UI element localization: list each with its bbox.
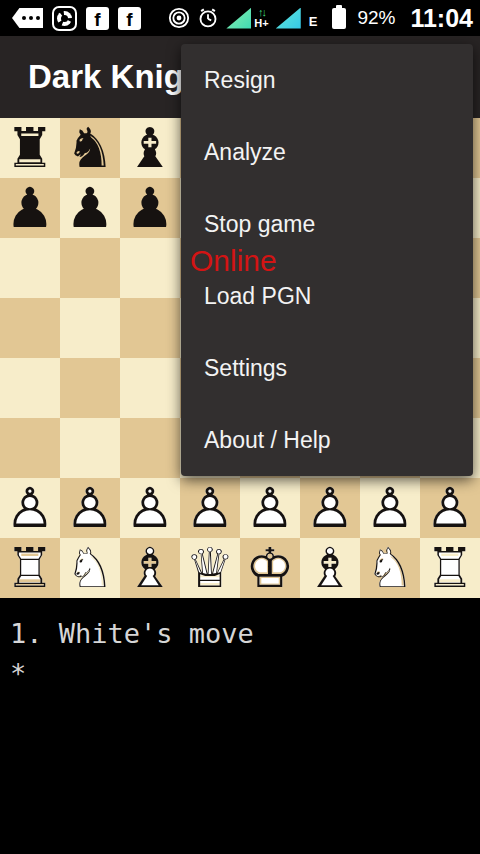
move-log[interactable]: 1. White's move * [0,598,480,854]
menu-item-label: Stop game [204,211,315,238]
phone-screen: f f ↑↓ H+ E 92% [0,0,480,854]
piece-black-bishop: ♝ [120,118,180,178]
status-bar-right: ↑↓ H+ E 92% 11:04 [168,4,473,33]
square-a4[interactable] [0,358,60,418]
signal-triangle-hplus [226,8,251,29]
network-type-label: H+ [254,18,268,29]
menu-item-label: Analyze [204,139,286,166]
piece-white-pawn: ♟♙ [300,478,360,538]
piece-white-knight: ♞♘ [360,538,420,598]
square-c4[interactable] [120,358,180,418]
square-b6[interactable] [60,238,120,298]
square-a6[interactable] [0,238,60,298]
piece-white-pawn: ♟♙ [180,478,240,538]
square-b7[interactable]: ♟ [60,178,120,238]
ellipsis-bubble-icon [12,8,43,28]
menu-item-about-help[interactable]: About / Help [181,404,473,476]
square-c7[interactable]: ♟ [120,178,180,238]
network-type-label-e: E [309,14,318,29]
square-f1[interactable]: ♝♗ [300,538,360,598]
square-a3[interactable] [0,418,60,478]
square-b3[interactable] [60,418,120,478]
square-c5[interactable] [120,298,180,358]
square-h1[interactable]: ♜♖ [420,538,480,598]
square-a5[interactable] [0,298,60,358]
square-b8[interactable]: ♞ [60,118,120,178]
alarm-clock-icon [197,7,219,29]
piece-white-pawn: ♟♙ [60,478,120,538]
piece-white-pawn: ♟♙ [360,478,420,538]
battery-icon [332,8,346,29]
square-d2[interactable]: ♟♙ [180,478,240,538]
square-b1[interactable]: ♞♘ [60,538,120,598]
battery-percent: 92% [357,7,395,29]
square-c2[interactable]: ♟♙ [120,478,180,538]
square-b4[interactable] [60,358,120,418]
network-hplus-labels: ↑↓ H+ [254,7,268,29]
piece-white-queen: ♛♕ [180,538,240,598]
square-a8[interactable]: ♜ [0,118,60,178]
status-bar: f f ↑↓ H+ E 92% [0,0,480,36]
online-status-label: Online [190,244,277,278]
move-log-line: * [10,654,480,694]
clock-time: 11:04 [410,4,473,33]
piece-white-pawn: ♟♙ [420,478,480,538]
move-log-line: 1. White's move [10,614,480,654]
square-a2[interactable]: ♟♙ [0,478,60,538]
menu-item-label: Settings [204,355,287,382]
square-c8[interactable]: ♝ [120,118,180,178]
piece-black-knight: ♞ [60,118,120,178]
apps-free-icon [52,6,77,31]
piece-white-pawn: ♟♙ [240,478,300,538]
piece-black-rook: ♜ [0,118,60,178]
menu-item-analyze[interactable]: Analyze [181,116,473,188]
piece-black-pawn: ♟ [120,178,180,238]
facebook-icon-2: f [118,7,141,30]
menu-item-resign[interactable]: Resign [181,44,473,116]
piece-black-pawn: ♟ [60,178,120,238]
square-c3[interactable] [120,418,180,478]
menu-item-label: Resign [204,67,276,94]
square-g1[interactable]: ♞♘ [360,538,420,598]
square-f2[interactable]: ♟♙ [300,478,360,538]
square-b2[interactable]: ♟♙ [60,478,120,538]
signal-triangle-e [276,8,301,29]
square-c1[interactable]: ♝♗ [120,538,180,598]
piece-white-king: ♚♔ [240,538,300,598]
piece-white-knight: ♞♘ [60,538,120,598]
piece-white-rook: ♜♖ [0,538,60,598]
piece-white-pawn: ♟♙ [0,478,60,538]
square-a1[interactable]: ♜♖ [0,538,60,598]
overflow-menu: Online ResignAnalyzeStop gameLoad PGNSet… [181,44,473,476]
piece-black-pawn: ♟ [0,178,60,238]
square-e2[interactable]: ♟♙ [240,478,300,538]
piece-white-bishop: ♝♗ [300,538,360,598]
menu-item-settings[interactable]: Settings [181,332,473,404]
facebook-icon: f [86,7,109,30]
hotspot-icon [168,7,190,29]
square-e1[interactable]: ♚♔ [240,538,300,598]
menu-item-label: Load PGN [204,283,311,310]
square-h2[interactable]: ♟♙ [420,478,480,538]
square-d1[interactable]: ♛♕ [180,538,240,598]
piece-white-rook: ♜♖ [420,538,480,598]
square-a7[interactable]: ♟ [0,178,60,238]
square-g2[interactable]: ♟♙ [360,478,420,538]
menu-item-label: About / Help [204,427,331,454]
piece-white-pawn: ♟♙ [120,478,180,538]
status-bar-left: f f [12,6,141,31]
piece-white-bishop: ♝♗ [120,538,180,598]
square-c6[interactable] [120,238,180,298]
square-b5[interactable] [60,298,120,358]
